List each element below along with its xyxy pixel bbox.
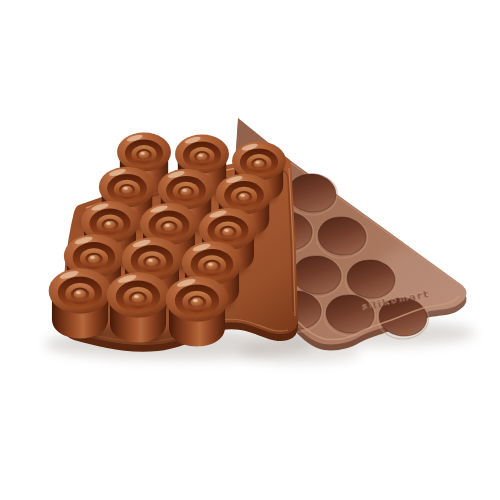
bump-specular-highlight (255, 161, 259, 164)
cavity-center-bump (132, 294, 145, 303)
cavity-center-bump (104, 221, 116, 230)
front-mold-cavity (166, 276, 229, 346)
product-photo: silikomart silikomart (0, 0, 500, 500)
cavity-center-bump (238, 193, 249, 201)
front-mold-cavity (49, 268, 112, 338)
cavity-center-bump (88, 255, 100, 264)
bump-specular-highlight (224, 229, 229, 232)
cavity-center-bump (180, 188, 191, 196)
bump-specular-highlight (208, 263, 213, 266)
bump-specular-highlight (148, 259, 153, 262)
bump-specular-highlight (123, 187, 127, 190)
cavity-center-bump (74, 290, 87, 299)
bump-specular-highlight (140, 152, 144, 155)
cavity-center-bump (254, 160, 265, 168)
cavity-center-bump (121, 186, 132, 194)
front-mold-cavity (107, 272, 170, 342)
cavity-center-bump (222, 228, 234, 237)
bump-specular-highlight (90, 256, 95, 259)
front-mold (28, 132, 298, 351)
cavity-center-bump (163, 223, 175, 232)
bump-specular-highlight (182, 189, 186, 192)
bump-specular-highlight (76, 291, 81, 294)
cavity-center-bump (206, 262, 218, 271)
bump-specular-highlight (165, 224, 170, 227)
product-photo-svg: silikomart silikomart (0, 0, 500, 500)
bump-specular-highlight (240, 194, 244, 197)
bump-specular-highlight (106, 222, 111, 225)
cavity-center-bump (191, 298, 204, 307)
cavity-center-bump (197, 153, 208, 161)
bump-specular-highlight (134, 295, 139, 298)
cavity-center-bump (146, 258, 158, 267)
bump-specular-highlight (193, 299, 198, 302)
cavity-center-bump (139, 151, 150, 159)
bump-specular-highlight (198, 154, 202, 157)
